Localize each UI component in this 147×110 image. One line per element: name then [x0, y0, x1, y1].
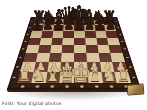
piece-white-rook-h1: ♜: [117, 68, 131, 84]
pieces-layer: ♜♞♝♛♚♝♞♜♟♟♟♟♟♟♟♟♟♟♟♟♟♟♟♟♜♞♝♛♚♝♞♜: [0, 0, 147, 110]
watermark-text: Fotki: Your digital photos: [2, 101, 61, 106]
piece-black-pawn-h7: ♟: [105, 19, 116, 32]
piece-white-rook-a1: ♜: [17, 68, 31, 84]
piece-white-knight-g1: ♞: [102, 67, 118, 85]
chess-set-photo: ♜♞♝♛♚♝♞♜♟♟♟♟♟♟♟♟♟♟♟♟♟♟♟♟♜♞♝♛♚♝♞♜ Fotki: …: [0, 0, 147, 110]
